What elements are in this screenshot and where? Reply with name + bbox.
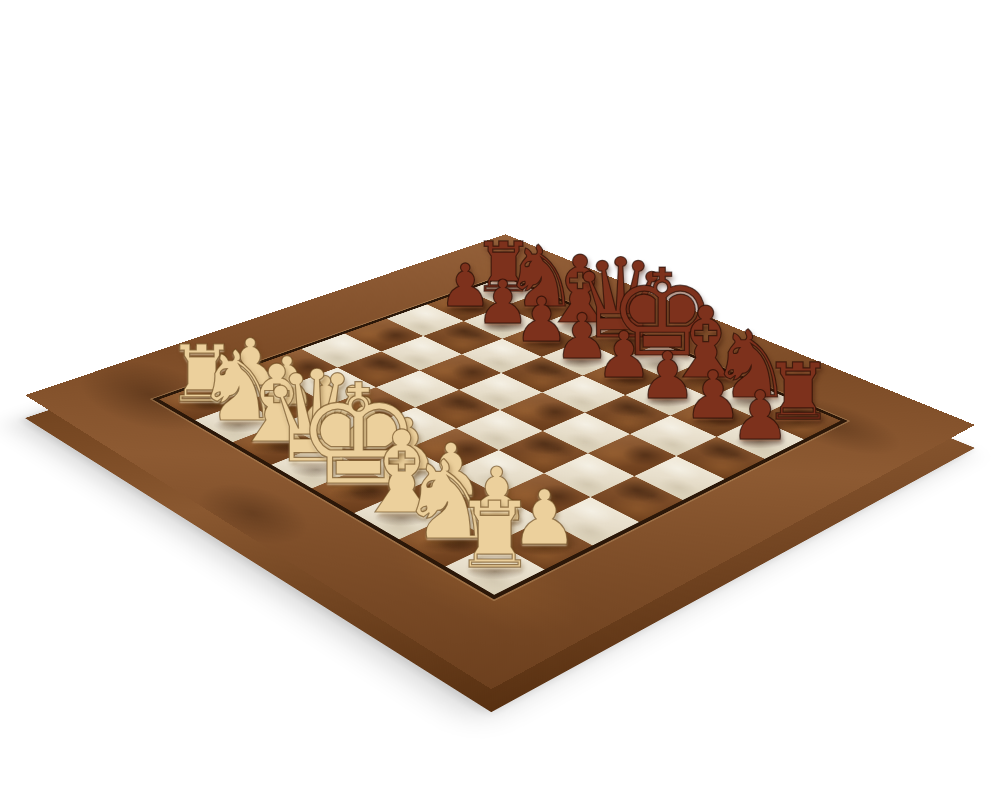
piece-white-rook[interactable]: ♜ [454, 491, 536, 582]
product-photo-stage: ♜♞♝♛♚♝♞♜♟♟♟♟♟♟♟♟♟♟♟♟♟♟♟♟♜♞♝♛♚♝♞♜ [0, 0, 1000, 800]
piece-black-pawn[interactable]: ♟ [730, 382, 791, 450]
